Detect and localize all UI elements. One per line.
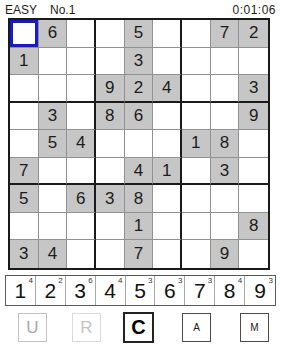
cell-r9c4[interactable] [96, 240, 125, 268]
numpad-placed-count: 3 [208, 277, 212, 285]
cell-r6c7[interactable] [182, 158, 211, 186]
numpad-digit-7[interactable]: 73 [185, 276, 215, 305]
cell-r9c8[interactable]: 9 [211, 240, 240, 268]
cell-r7c9[interactable] [239, 185, 268, 213]
numpad-placed-count: 3 [148, 277, 152, 285]
number-pad: 142236445363738493 [5, 275, 276, 306]
cell-r7c1[interactable]: 5 [10, 185, 39, 213]
numpad-digit-label: 7 [194, 280, 206, 301]
cell-r3c7[interactable] [182, 75, 211, 103]
cell-r6c3[interactable] [67, 158, 96, 186]
cell-r4c2[interactable]: 3 [39, 103, 68, 131]
cell-r2c9[interactable] [239, 48, 268, 76]
cell-r1c8[interactable]: 7 [211, 20, 240, 48]
cell-r7c4[interactable]: 3 [96, 185, 125, 213]
cell-r3c4[interactable]: 9 [96, 75, 125, 103]
cell-r5c2[interactable]: 5 [39, 130, 68, 158]
numpad-digit-label: 4 [104, 280, 116, 301]
numpad-digit-1[interactable]: 14 [6, 276, 36, 305]
numpad-digit-label: 3 [74, 280, 86, 301]
cell-r7c2[interactable] [39, 185, 68, 213]
numpad-digit-label: 9 [254, 280, 266, 301]
redo-button[interactable]: R [72, 313, 101, 342]
cell-r8c1[interactable] [10, 213, 39, 241]
cell-r7c5[interactable]: 8 [125, 185, 154, 213]
cell-r2c5[interactable]: 3 [125, 48, 154, 76]
cell-r8c3[interactable] [67, 213, 96, 241]
cell-r4c1[interactable] [10, 103, 39, 131]
numpad-placed-count: 3 [269, 277, 273, 285]
numpad-digit-9[interactable]: 93 [245, 276, 275, 305]
cell-r6c1[interactable]: 7 [10, 158, 39, 186]
cell-r5c5[interactable] [125, 130, 154, 158]
cell-r2c4[interactable] [96, 48, 125, 76]
cell-r4c7[interactable] [182, 103, 211, 131]
cell-r2c7[interactable] [182, 48, 211, 76]
cell-r8c9[interactable]: 8 [239, 213, 268, 241]
cell-r7c8[interactable] [211, 185, 240, 213]
numpad-digit-label: 1 [15, 280, 27, 301]
puzzle-number-label: No.1 [50, 3, 75, 17]
cell-r1c2[interactable]: 6 [39, 20, 68, 48]
cell-r8c8[interactable] [211, 213, 240, 241]
numpad-digit-6[interactable]: 63 [155, 276, 185, 305]
numpad-placed-count: 4 [238, 277, 242, 285]
cell-r3c2[interactable] [39, 75, 68, 103]
cell-r4c8[interactable] [211, 103, 240, 131]
cell-r5c3[interactable]: 4 [67, 130, 96, 158]
cell-r8c4[interactable] [96, 213, 125, 241]
cell-r1c6[interactable] [153, 20, 182, 48]
cell-r6c5[interactable]: 4 [125, 158, 154, 186]
numpad-digit-label: 6 [164, 280, 176, 301]
cell-r2c3[interactable] [67, 48, 96, 76]
cell-r2c1[interactable]: 1 [10, 48, 39, 76]
cell-r3c6[interactable]: 4 [153, 75, 182, 103]
cell-r9c7[interactable] [182, 240, 211, 268]
cell-r4c6[interactable] [153, 103, 182, 131]
numpad-digit-2[interactable]: 22 [36, 276, 66, 305]
memo-button[interactable]: M [240, 313, 269, 342]
cell-r3c5[interactable]: 2 [125, 75, 154, 103]
cell-r3c1[interactable] [10, 75, 39, 103]
numpad-placed-count: 4 [28, 277, 32, 285]
cell-r9c5[interactable]: 7 [125, 240, 154, 268]
cell-r5c9[interactable] [239, 130, 268, 158]
cell-r2c2[interactable] [39, 48, 68, 76]
cell-r5c6[interactable] [153, 130, 182, 158]
cell-r8c5[interactable]: 1 [125, 213, 154, 241]
cell-r5c4[interactable] [96, 130, 125, 158]
cell-r4c9[interactable]: 9 [239, 103, 268, 131]
cell-r6c8[interactable]: 3 [211, 158, 240, 186]
cell-r9c2[interactable]: 4 [39, 240, 68, 268]
numpad-placed-count: 6 [88, 277, 92, 285]
cell-r6c6[interactable]: 1 [153, 158, 182, 186]
auto-button[interactable]: A [182, 313, 211, 342]
header-bar: EASY No.1 0:01:06 [0, 0, 281, 17]
sudoku-grid: 65721392433869541874135638183479 [8, 18, 270, 270]
numpad-digit-3[interactable]: 36 [66, 276, 96, 305]
cell-r6c4[interactable] [96, 158, 125, 186]
cell-r6c9[interactable] [239, 158, 268, 186]
cell-r4c4[interactable]: 8 [96, 103, 125, 131]
cell-r7c6[interactable] [153, 185, 182, 213]
cell-r9c1[interactable]: 3 [10, 240, 39, 268]
toolbar: U R C A M [0, 313, 281, 359]
numpad-digit-5[interactable]: 53 [126, 276, 156, 305]
cell-r8c6[interactable] [153, 213, 182, 241]
cell-r1c4[interactable] [96, 20, 125, 48]
cell-r5c1[interactable] [10, 130, 39, 158]
timer-display: 0:01:06 [232, 3, 276, 17]
numpad-placed-count: 4 [118, 277, 122, 285]
numpad-digit-label: 2 [44, 280, 56, 301]
cell-r9c3[interactable] [67, 240, 96, 268]
cell-r5c7[interactable]: 1 [182, 130, 211, 158]
numpad-digit-4[interactable]: 44 [96, 276, 126, 305]
cell-r1c7[interactable] [182, 20, 211, 48]
numpad-digit-label: 8 [224, 280, 236, 301]
cell-r1c3[interactable] [67, 20, 96, 48]
cell-r5c8[interactable]: 8 [211, 130, 240, 158]
cell-r9c6[interactable] [153, 240, 182, 268]
cell-r1c5[interactable]: 5 [125, 20, 154, 48]
cell-r3c3[interactable] [67, 75, 96, 103]
numpad-placed-count: 2 [58, 277, 62, 285]
cell-r2c6[interactable] [153, 48, 182, 76]
cell-r8c7[interactable] [182, 213, 211, 241]
difficulty-label: EASY [5, 3, 37, 17]
numpad-placed-count: 3 [178, 277, 182, 285]
cell-r9c9[interactable] [239, 240, 268, 268]
cell-r1c9[interactable]: 2 [239, 20, 268, 48]
cell-r1c1[interactable] [10, 20, 39, 48]
numpad-digit-8[interactable]: 84 [215, 276, 245, 305]
numpad-digit-label: 5 [134, 280, 146, 301]
cell-r7c7[interactable] [182, 185, 211, 213]
cell-r7c3[interactable]: 6 [67, 185, 96, 213]
cell-r8c2[interactable] [39, 213, 68, 241]
cell-r2c8[interactable] [211, 48, 240, 76]
cell-r3c9[interactable]: 3 [239, 75, 268, 103]
cell-r4c3[interactable] [67, 103, 96, 131]
cell-r4c5[interactable]: 6 [125, 103, 154, 131]
clear-button[interactable]: C [123, 312, 154, 343]
cell-r3c8[interactable] [211, 75, 240, 103]
cell-r6c2[interactable] [39, 158, 68, 186]
undo-button[interactable]: U [18, 313, 47, 342]
